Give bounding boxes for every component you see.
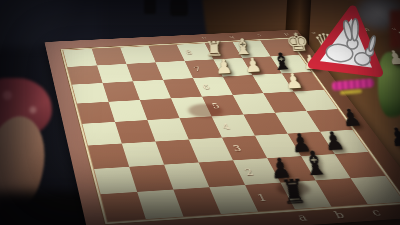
piece-white-pawn-a7[interactable]: ♟ xyxy=(215,57,233,78)
watermark-caption-smudge xyxy=(340,89,362,95)
piece-white-pawn-b7[interactable]: ♟ xyxy=(243,55,262,75)
channel-watermark xyxy=(306,2,396,97)
background-captured-piece-silhouette xyxy=(144,0,156,14)
background-captured-piece-silhouette xyxy=(170,0,188,16)
photo-scene: 87654321 87654321 abcdefgh abcdefgh ♜♝♚♛… xyxy=(0,0,400,225)
piece-white-pawn-c6[interactable]: ♟ xyxy=(283,70,305,92)
warning-triangle-rabbits-icon xyxy=(306,0,392,80)
